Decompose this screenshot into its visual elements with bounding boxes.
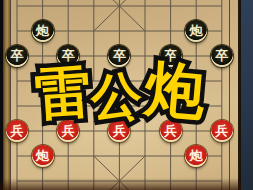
black-soldier-piece[interactable]: 卒 [6,45,28,67]
title-char: 炮炮 [143,58,208,123]
red-cannon-piece[interactable]: 炮 [185,145,207,167]
red-soldier-piece[interactable]: 兵 [211,120,233,142]
piece-character: 兵 [113,124,126,138]
piece-character: 兵 [164,124,177,138]
title-overlay: 雷雷公公炮炮 [35,63,205,123]
piece-character: 炮 [36,24,49,38]
title-char: 雷雷 [33,63,93,123]
piece-character: 卒 [215,49,228,63]
piece-character: 兵 [11,124,24,138]
bottom-vignette [0,178,241,190]
piece-character: 卒 [113,49,126,63]
title-char-fill: 炮 [142,53,208,128]
piece-character: 卒 [11,49,24,63]
piece-character: 兵 [62,124,75,138]
piece-character: 炮 [190,149,203,163]
title-char-fill: 公 [91,67,142,126]
title-char-fill: 雷 [33,58,93,127]
black-soldier-piece[interactable]: 卒 [211,45,233,67]
black-cannon-piece[interactable]: 炮 [185,20,207,42]
title-char: 公公 [91,71,142,122]
piece-character: 炮 [36,149,49,163]
piece-character: 炮 [190,24,203,38]
black-cannon-piece[interactable]: 炮 [32,20,54,42]
red-soldier-piece[interactable]: 兵 [6,120,28,142]
piece-character: 兵 [215,124,228,138]
red-cannon-piece[interactable]: 炮 [32,145,54,167]
thumbnail-canvas: 炮炮卒卒卒卒卒兵兵兵兵炮炮兵 雷雷公公炮炮 [0,0,253,190]
